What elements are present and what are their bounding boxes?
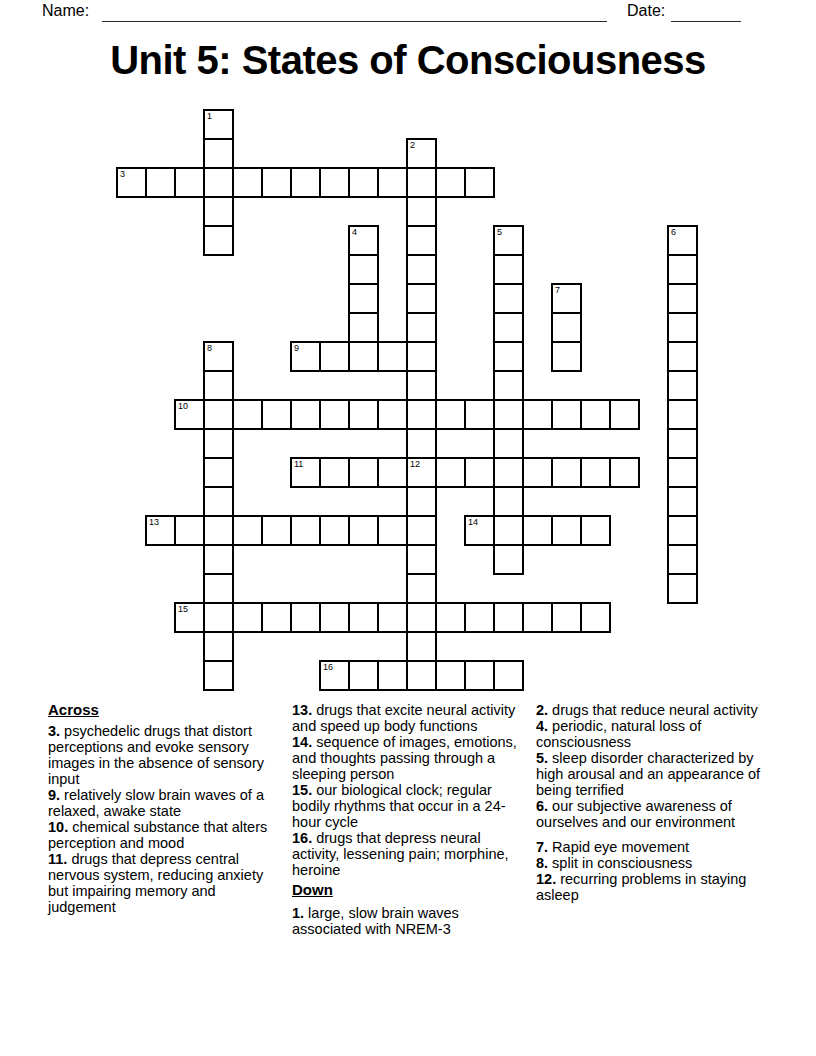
clue-text: Rapid eye movement xyxy=(548,839,689,855)
clue-text: our subjective awareness of ourselves an… xyxy=(536,798,735,830)
cell-number-7: 7 xyxy=(555,285,560,295)
grid-cell-r8c9[interactable] xyxy=(377,341,408,372)
grid-cell-r11c19[interactable] xyxy=(667,428,698,459)
grid-cell-r14c2[interactable] xyxy=(174,515,205,546)
cell-number-10: 10 xyxy=(178,401,188,411)
grid-cell-r14c13[interactable] xyxy=(493,515,524,546)
grid-cell-r2c0[interactable]: 3 xyxy=(116,167,147,198)
grid-cell-r15c19[interactable] xyxy=(667,544,698,575)
grid-cell-r17c7[interactable] xyxy=(319,602,350,633)
grid-cell-r12c19[interactable] xyxy=(667,457,698,488)
grid-cell-r2c4[interactable] xyxy=(232,167,263,198)
grid-cell-r17c3[interactable] xyxy=(203,602,234,633)
grid-cell-r17c9[interactable] xyxy=(377,602,408,633)
clue-number: 15. xyxy=(292,782,312,798)
grid-cell-r7c8[interactable] xyxy=(348,312,379,343)
grid-cell-r17c8[interactable] xyxy=(348,602,379,633)
clue-text: sleep disorder characterized by high aro… xyxy=(536,750,760,798)
cell-number-12: 12 xyxy=(410,459,420,469)
grid-cell-r12c10[interactable]: 12 xyxy=(406,457,437,488)
grid-cell-r14c7[interactable] xyxy=(319,515,350,546)
grid-cell-r12c13[interactable] xyxy=(493,457,524,488)
grid-cell-r13c19[interactable] xyxy=(667,486,698,517)
grid-cell-r17c11[interactable] xyxy=(435,602,466,633)
clue-column-3: 2. drugs that reduce neural activity4. p… xyxy=(536,702,761,903)
grid-cell-r19c10[interactable] xyxy=(406,660,437,691)
grid-cell-r5c8[interactable] xyxy=(348,254,379,285)
clue-column-1: Across3. psychedelic drugs that distort … xyxy=(48,702,278,915)
clue-number: 5. xyxy=(536,750,548,766)
clue-text: recurring problems in staying asleep xyxy=(536,871,746,903)
grid-cell-r7c13[interactable] xyxy=(493,312,524,343)
grid-cell-r9c3[interactable] xyxy=(203,370,234,401)
grid-cell-r12c16[interactable] xyxy=(580,457,611,488)
grid-cell-r16c3[interactable] xyxy=(203,573,234,604)
grid-cell-r6c19[interactable] xyxy=(667,283,698,314)
clue-down-7: 7. Rapid eye movement xyxy=(536,839,761,855)
grid-cell-r10c6[interactable] xyxy=(290,399,321,430)
clue-text: sequence of images, emotions, and though… xyxy=(292,734,517,782)
grid-cell-r3c3[interactable] xyxy=(203,196,234,227)
grid-cell-r8c15[interactable] xyxy=(551,341,582,372)
grid-cell-r7c19[interactable] xyxy=(667,312,698,343)
grid-cell-r14c12[interactable]: 14 xyxy=(464,515,495,546)
down-heading: Down xyxy=(292,882,530,898)
grid-cell-r13c13[interactable] xyxy=(493,486,524,517)
grid-cell-r4c3[interactable] xyxy=(203,225,234,256)
clue-number: 4. xyxy=(536,718,548,734)
grid-cell-r10c9[interactable] xyxy=(377,399,408,430)
grid-cell-r8c7[interactable] xyxy=(319,341,350,372)
clue-text: periodic, natural loss of consciousness xyxy=(536,718,701,750)
grid-cell-r19c9[interactable] xyxy=(377,660,408,691)
grid-cell-r5c19[interactable] xyxy=(667,254,698,285)
date-blank-line xyxy=(671,2,741,22)
grid-cell-r2c8[interactable] xyxy=(348,167,379,198)
cell-number-11: 11 xyxy=(294,459,303,469)
clue-text: our biological clock; regular bodily rhy… xyxy=(292,782,506,830)
clue-text: chemical substance that alters perceptio… xyxy=(48,819,267,851)
grid-cell-r8c3[interactable]: 8 xyxy=(203,341,234,372)
grid-cell-r6c10[interactable] xyxy=(406,283,437,314)
grid-cell-r2c3[interactable] xyxy=(203,167,234,198)
grid-cell-r17c15[interactable] xyxy=(551,602,582,633)
clue-down-6: 6. our subjective awareness of ourselves… xyxy=(536,798,761,830)
grid-cell-r10c17[interactable] xyxy=(609,399,640,430)
grid-cell-r12c9[interactable] xyxy=(377,457,408,488)
cell-number-3: 3 xyxy=(120,169,125,179)
grid-cell-r2c11[interactable] xyxy=(435,167,466,198)
clue-across-13: 13. drugs that excite neural activity an… xyxy=(292,702,530,734)
clue-number: 7. xyxy=(536,839,548,855)
grid-cell-r16c10[interactable] xyxy=(406,573,437,604)
grid-cell-r10c14[interactable] xyxy=(522,399,553,430)
clue-text: relatively slow brain waves of a relaxed… xyxy=(48,787,264,819)
grid-cell-r10c7[interactable] xyxy=(319,399,350,430)
grid-cell-r10c19[interactable] xyxy=(667,399,698,430)
grid-cell-r14c6[interactable] xyxy=(290,515,321,546)
clue-number: 9. xyxy=(48,787,60,803)
grid-cell-r2c6[interactable] xyxy=(290,167,321,198)
cell-number-4: 4 xyxy=(352,227,357,237)
name-label: Name: xyxy=(42,2,89,20)
grid-cell-r17c16[interactable] xyxy=(580,602,611,633)
grid-cell-r9c10[interactable] xyxy=(406,370,437,401)
grid-cell-r17c12[interactable] xyxy=(464,602,495,633)
clue-across-15: 15. our biological clock; regular bodily… xyxy=(292,782,530,830)
grid-cell-r9c19[interactable] xyxy=(667,370,698,401)
grid-cell-r4c8[interactable]: 4 xyxy=(348,225,379,256)
clue-down-2: 2. drugs that reduce neural activity xyxy=(536,702,761,718)
grid-cell-r14c15[interactable] xyxy=(551,515,582,546)
clue-down-4: 4. periodic, natural loss of consciousne… xyxy=(536,718,761,750)
cell-number-5: 5 xyxy=(497,227,502,237)
grid-cell-r14c1[interactable]: 13 xyxy=(145,515,176,546)
grid-cell-r8c8[interactable] xyxy=(348,341,379,372)
clue-down-8: 8. split in consciousness xyxy=(536,855,761,871)
grid-cell-r2c5[interactable] xyxy=(261,167,292,198)
grid-cell-r7c15[interactable] xyxy=(551,312,582,343)
grid-cell-r17c13[interactable] xyxy=(493,602,524,633)
grid-cell-r12c3[interactable] xyxy=(203,457,234,488)
clue-number: 14. xyxy=(292,734,312,750)
date-label: Date: xyxy=(627,2,665,20)
grid-cell-r14c9[interactable] xyxy=(377,515,408,546)
grid-cell-r14c3[interactable] xyxy=(203,515,234,546)
grid-cell-r19c12[interactable] xyxy=(464,660,495,691)
grid-cell-r18c3[interactable] xyxy=(203,631,234,662)
cell-number-2: 2 xyxy=(410,140,415,150)
grid-cell-r17c2[interactable]: 15 xyxy=(174,602,205,633)
grid-cell-r13c3[interactable] xyxy=(203,486,234,517)
grid-cell-r17c4[interactable] xyxy=(232,602,263,633)
grid-cell-r10c2[interactable]: 10 xyxy=(174,399,205,430)
grid-cell-r2c2[interactable] xyxy=(174,167,205,198)
page-title: Unit 5: States of Consciousness xyxy=(0,38,816,83)
grid-cell-r18c10[interactable] xyxy=(406,631,437,662)
grid-cell-r8c6[interactable]: 9 xyxy=(290,341,321,372)
grid-cell-r3c10[interactable] xyxy=(406,196,437,227)
grid-cell-r19c11[interactable] xyxy=(435,660,466,691)
cell-number-16: 16 xyxy=(323,662,333,672)
grid-cell-r14c14[interactable] xyxy=(522,515,553,546)
grid-cell-r12c8[interactable] xyxy=(348,457,379,488)
grid-cell-r19c8[interactable] xyxy=(348,660,379,691)
clue-number: 6. xyxy=(536,798,548,814)
grid-cell-r12c6[interactable]: 11 xyxy=(290,457,321,488)
cell-number-14: 14 xyxy=(468,517,478,527)
clue-text: psychedelic drugs that distort perceptio… xyxy=(48,723,264,787)
grid-cell-r11c10[interactable] xyxy=(406,428,437,459)
grid-cell-r12c11[interactable] xyxy=(435,457,466,488)
grid-cell-r11c13[interactable] xyxy=(493,428,524,459)
name-blank-line xyxy=(102,2,607,22)
grid-cell-r1c10[interactable]: 2 xyxy=(406,138,437,169)
grid-cell-r12c15[interactable] xyxy=(551,457,582,488)
clue-number: 1. xyxy=(292,905,304,921)
grid-cell-r19c13[interactable] xyxy=(493,660,524,691)
grid-cell-r14c4[interactable] xyxy=(232,515,263,546)
grid-cell-r17c10[interactable] xyxy=(406,602,437,633)
grid-cell-r6c15[interactable]: 7 xyxy=(551,283,582,314)
grid-cell-r19c3[interactable] xyxy=(203,660,234,691)
grid-cell-r2c7[interactable] xyxy=(319,167,350,198)
clue-across-11: 11. drugs that depress central nervous s… xyxy=(48,851,278,915)
grid-cell-r10c4[interactable] xyxy=(232,399,263,430)
clue-text: drugs that depress neural activity, less… xyxy=(292,830,509,878)
clue-number: 11. xyxy=(48,851,67,867)
grid-cell-r9c13[interactable] xyxy=(493,370,524,401)
clue-across-3: 3. psychedelic drugs that distort percep… xyxy=(48,723,278,787)
grid-cell-r17c6[interactable] xyxy=(290,602,321,633)
grid-cell-r12c7[interactable] xyxy=(319,457,350,488)
clue-number: 3. xyxy=(48,723,60,739)
clue-text: split in consciousness xyxy=(548,855,692,871)
grid-cell-r8c19[interactable] xyxy=(667,341,698,372)
clue-across-10: 10. chemical substance that alters perce… xyxy=(48,819,278,851)
grid-cell-r11c3[interactable] xyxy=(203,428,234,459)
grid-cell-r5c13[interactable] xyxy=(493,254,524,285)
grid-cell-r14c10[interactable] xyxy=(406,515,437,546)
grid-cell-r2c1[interactable] xyxy=(145,167,176,198)
clue-text: large, slow brain waves associated with … xyxy=(292,905,459,937)
grid-cell-r2c10[interactable] xyxy=(406,167,437,198)
grid-cell-r17c14[interactable] xyxy=(522,602,553,633)
clue-across-16: 16. drugs that depress neural activity, … xyxy=(292,830,530,878)
clue-column-2: 13. drugs that excite neural activity an… xyxy=(292,702,530,937)
clue-number: 13. xyxy=(292,702,312,718)
grid-cell-r10c16[interactable] xyxy=(580,399,611,430)
grid-cell-r6c8[interactable] xyxy=(348,283,379,314)
grid-cell-r12c12[interactable] xyxy=(464,457,495,488)
grid-cell-r7c10[interactable] xyxy=(406,312,437,343)
grid-cell-r4c13[interactable]: 5 xyxy=(493,225,524,256)
grid-cell-r5c10[interactable] xyxy=(406,254,437,285)
grid-cell-r12c17[interactable] xyxy=(609,457,640,488)
grid-cell-r10c12[interactable] xyxy=(464,399,495,430)
clue-number: 8. xyxy=(536,855,548,871)
grid-cell-r4c19[interactable]: 6 xyxy=(667,225,698,256)
grid-cell-r15c3[interactable] xyxy=(203,544,234,575)
clue-text: drugs that reduce neural activity xyxy=(548,702,758,718)
grid-cell-r2c9[interactable] xyxy=(377,167,408,198)
clue-number: 16. xyxy=(292,830,312,846)
grid-cell-r6c13[interactable] xyxy=(493,283,524,314)
grid-cell-r0c3[interactable]: 1 xyxy=(203,109,234,140)
clue-number: 12. xyxy=(536,871,556,887)
grid-cell-r15c13[interactable] xyxy=(493,544,524,575)
grid-cell-r17c5[interactable] xyxy=(261,602,292,633)
grid-cell-r12c14[interactable] xyxy=(522,457,553,488)
clue-text: drugs that excite neural activity and sp… xyxy=(292,702,515,734)
grid-cell-r15c10[interactable] xyxy=(406,544,437,575)
cell-number-1: 1 xyxy=(207,111,212,121)
clue-text: drugs that depress central nervous syste… xyxy=(48,851,263,915)
cell-number-9: 9 xyxy=(294,343,299,353)
grid-cell-r10c8[interactable] xyxy=(348,399,379,430)
clue-down-1: 1. large, slow brain waves associated wi… xyxy=(292,905,530,937)
grid-cell-r2c12[interactable] xyxy=(464,167,495,198)
crossword-grid: 12345678910111213141516 xyxy=(117,110,699,692)
clue-down-5: 5. sleep disorder characterized by high … xyxy=(536,750,761,798)
grid-cell-r14c5[interactable] xyxy=(261,515,292,546)
grid-cell-r10c11[interactable] xyxy=(435,399,466,430)
clue-across-14: 14. sequence of images, emotions, and th… xyxy=(292,734,530,782)
clue-number: 10. xyxy=(48,819,68,835)
grid-cell-r14c8[interactable] xyxy=(348,515,379,546)
cell-number-15: 15 xyxy=(178,604,188,614)
grid-cell-r10c5[interactable] xyxy=(261,399,292,430)
clue-across-9: 9. relatively slow brain waves of a rela… xyxy=(48,787,278,819)
grid-cell-r10c10[interactable] xyxy=(406,399,437,430)
clue-number: 2. xyxy=(536,702,548,718)
grid-cell-r4c10[interactable] xyxy=(406,225,437,256)
cell-number-8: 8 xyxy=(207,343,212,353)
grid-cell-r10c15[interactable] xyxy=(551,399,582,430)
grid-cell-r8c13[interactable] xyxy=(493,341,524,372)
grid-cell-r16c19[interactable] xyxy=(667,573,698,604)
cell-number-13: 13 xyxy=(149,517,159,527)
grid-cell-r8c10[interactable] xyxy=(406,341,437,372)
clue-down-12: 12. recurring problems in staying asleep xyxy=(536,871,761,903)
grid-cell-r10c3[interactable] xyxy=(203,399,234,430)
grid-cell-r14c16[interactable] xyxy=(580,515,611,546)
grid-cell-r13c10[interactable] xyxy=(406,486,437,517)
grid-cell-r19c7[interactable]: 16 xyxy=(319,660,350,691)
grid-cell-r14c19[interactable] xyxy=(667,515,698,546)
grid-cell-r10c13[interactable] xyxy=(493,399,524,430)
grid-cell-r1c3[interactable] xyxy=(203,138,234,169)
across-heading: Across xyxy=(48,702,278,718)
cell-number-6: 6 xyxy=(671,227,676,237)
